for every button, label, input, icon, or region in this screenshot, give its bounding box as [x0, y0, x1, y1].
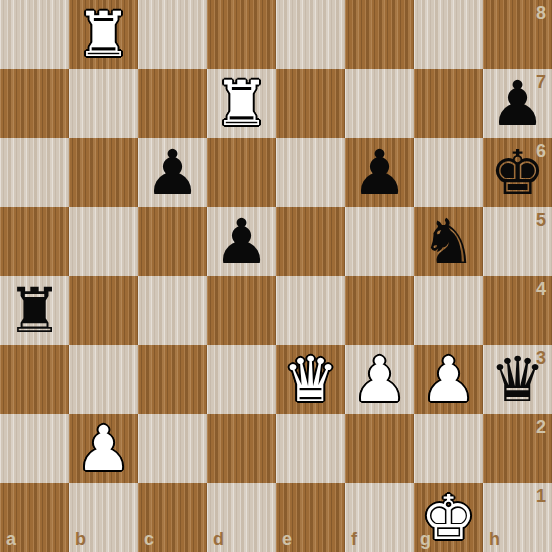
square-c6[interactable]: ♟ — [138, 138, 207, 207]
file-label-e: e — [282, 530, 292, 548]
square-b3[interactable] — [69, 345, 138, 414]
white-pawn-b2[interactable]: ♟ — [76, 414, 132, 483]
square-e1[interactable]: e — [276, 483, 345, 552]
square-g8[interactable] — [414, 0, 483, 69]
file-label-c: c — [144, 530, 154, 548]
square-f2[interactable] — [345, 414, 414, 483]
white-king-g1[interactable]: ♚ — [421, 483, 477, 552]
square-d1[interactable]: d — [207, 483, 276, 552]
square-e7[interactable] — [276, 69, 345, 138]
square-b8[interactable]: ♜ — [69, 0, 138, 69]
square-f5[interactable] — [345, 207, 414, 276]
square-b7[interactable] — [69, 69, 138, 138]
rank-label-5: 5 — [536, 211, 546, 229]
square-a4[interactable]: ♜ — [0, 276, 69, 345]
square-f3[interactable]: ♟ — [345, 345, 414, 414]
square-h3[interactable]: 3♛ — [483, 345, 552, 414]
square-d2[interactable] — [207, 414, 276, 483]
square-g1[interactable]: g♚ — [414, 483, 483, 552]
square-b4[interactable] — [69, 276, 138, 345]
square-c8[interactable] — [138, 0, 207, 69]
square-d8[interactable] — [207, 0, 276, 69]
square-h5[interactable]: 5 — [483, 207, 552, 276]
square-h8[interactable]: 8 — [483, 0, 552, 69]
square-b6[interactable] — [69, 138, 138, 207]
square-g7[interactable] — [414, 69, 483, 138]
file-label-a: a — [6, 530, 16, 548]
rank-label-1: 1 — [536, 487, 546, 505]
square-e8[interactable] — [276, 0, 345, 69]
square-a6[interactable] — [0, 138, 69, 207]
square-d6[interactable] — [207, 138, 276, 207]
square-g2[interactable] — [414, 414, 483, 483]
square-h4[interactable]: 4 — [483, 276, 552, 345]
square-e3[interactable]: ♛ — [276, 345, 345, 414]
square-h1[interactable]: 1h — [483, 483, 552, 552]
white-rook-d7[interactable]: ♜ — [214, 69, 270, 138]
black-rook-a4[interactable]: ♜ — [7, 276, 63, 345]
square-a5[interactable] — [0, 207, 69, 276]
square-b2[interactable]: ♟ — [69, 414, 138, 483]
black-king-h6[interactable]: ♚ — [490, 138, 546, 207]
rank-label-4: 4 — [536, 280, 546, 298]
rank-label-8: 8 — [536, 4, 546, 22]
square-g3[interactable]: ♟ — [414, 345, 483, 414]
white-queen-e3[interactable]: ♛ — [283, 345, 339, 414]
square-d5[interactable]: ♟ — [207, 207, 276, 276]
square-c2[interactable] — [138, 414, 207, 483]
square-f7[interactable] — [345, 69, 414, 138]
square-f8[interactable] — [345, 0, 414, 69]
chess-board: ♜8♜7♟♟♟6♚♟♞5♜4♛♟♟3♛♟2abcdefg♚1h — [0, 0, 552, 552]
square-e4[interactable] — [276, 276, 345, 345]
square-h2[interactable]: 2 — [483, 414, 552, 483]
black-pawn-c6[interactable]: ♟ — [145, 138, 201, 207]
square-a8[interactable] — [0, 0, 69, 69]
square-f4[interactable] — [345, 276, 414, 345]
square-a7[interactable] — [0, 69, 69, 138]
square-g4[interactable] — [414, 276, 483, 345]
square-e5[interactable] — [276, 207, 345, 276]
square-a1[interactable]: a — [0, 483, 69, 552]
square-c1[interactable]: c — [138, 483, 207, 552]
square-b1[interactable]: b — [69, 483, 138, 552]
square-d3[interactable] — [207, 345, 276, 414]
square-c7[interactable] — [138, 69, 207, 138]
black-pawn-h7[interactable]: ♟ — [490, 69, 546, 138]
square-h7[interactable]: 7♟ — [483, 69, 552, 138]
file-label-h: h — [489, 530, 500, 548]
square-h6[interactable]: 6♚ — [483, 138, 552, 207]
white-rook-b8[interactable]: ♜ — [76, 0, 132, 69]
white-pawn-g3[interactable]: ♟ — [421, 345, 477, 414]
black-pawn-d5[interactable]: ♟ — [214, 207, 270, 276]
square-c3[interactable] — [138, 345, 207, 414]
square-g6[interactable] — [414, 138, 483, 207]
rank-label-2: 2 — [536, 418, 546, 436]
white-pawn-f3[interactable]: ♟ — [352, 345, 408, 414]
square-g5[interactable]: ♞ — [414, 207, 483, 276]
file-label-f: f — [351, 530, 357, 548]
square-a3[interactable] — [0, 345, 69, 414]
square-f1[interactable]: f — [345, 483, 414, 552]
square-f6[interactable]: ♟ — [345, 138, 414, 207]
file-label-b: b — [75, 530, 86, 548]
square-c4[interactable] — [138, 276, 207, 345]
square-a2[interactable] — [0, 414, 69, 483]
square-d4[interactable] — [207, 276, 276, 345]
black-knight-g5[interactable]: ♞ — [421, 207, 477, 276]
black-pawn-f6[interactable]: ♟ — [352, 138, 408, 207]
square-b5[interactable] — [69, 207, 138, 276]
square-c5[interactable] — [138, 207, 207, 276]
file-label-d: d — [213, 530, 224, 548]
black-queen-h3[interactable]: ♛ — [490, 345, 546, 414]
square-e2[interactable] — [276, 414, 345, 483]
square-d7[interactable]: ♜ — [207, 69, 276, 138]
square-e6[interactable] — [276, 138, 345, 207]
